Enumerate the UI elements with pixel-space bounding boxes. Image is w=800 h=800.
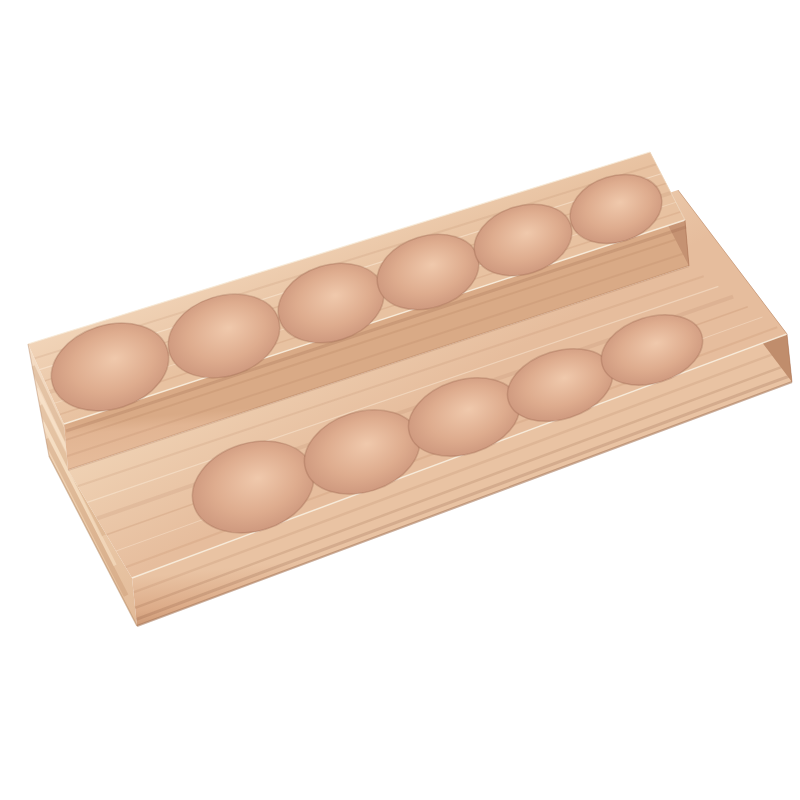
product-photo-page: Overhead product photo of a natural pine…	[0, 0, 800, 800]
wooden-rack-board	[0, 0, 800, 800]
rack-body	[28, 152, 792, 626]
